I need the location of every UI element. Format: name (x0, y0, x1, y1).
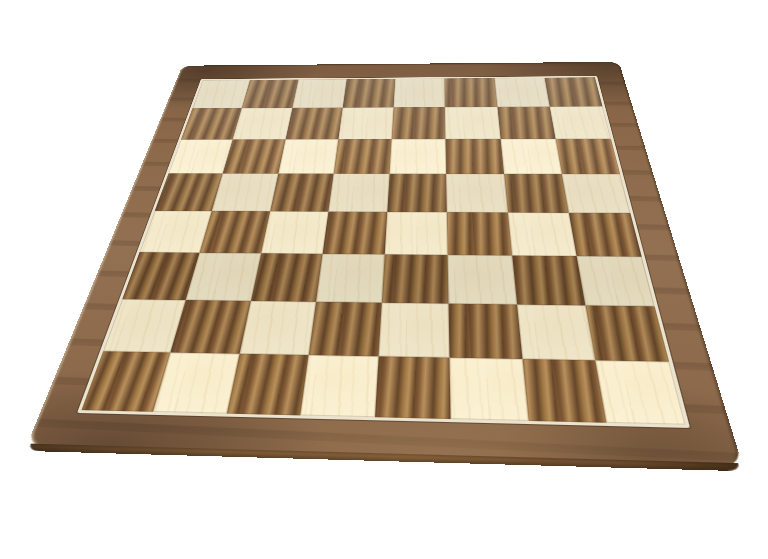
square-e6[interactable] (390, 139, 447, 174)
inlay-line (77, 76, 690, 428)
square-b3[interactable] (186, 253, 261, 301)
square-d8[interactable] (343, 79, 396, 108)
square-c8[interactable] (292, 79, 346, 108)
square-f3[interactable] (448, 255, 517, 304)
square-h8[interactable] (544, 77, 602, 106)
square-g4[interactable] (507, 213, 576, 257)
square-c3[interactable] (251, 253, 323, 301)
square-b5[interactable] (212, 173, 278, 211)
square-d6[interactable] (333, 139, 391, 174)
square-b6[interactable] (223, 139, 285, 173)
square-g5[interactable] (504, 174, 569, 213)
square-h1[interactable] (595, 360, 686, 425)
square-g6[interactable] (500, 139, 561, 174)
square-e4[interactable] (385, 212, 448, 255)
square-d1[interactable] (300, 355, 379, 417)
square-h2[interactable] (585, 305, 669, 361)
square-h5[interactable] (562, 174, 631, 213)
square-e1[interactable] (375, 356, 451, 419)
square-e3[interactable] (382, 255, 449, 304)
square-g2[interactable] (517, 304, 595, 360)
square-a8[interactable] (192, 80, 250, 109)
square-h4[interactable] (569, 213, 642, 257)
chess-board (27, 62, 743, 466)
square-f7[interactable] (445, 107, 500, 139)
square-f4[interactable] (447, 212, 512, 255)
playing-area (81, 77, 685, 424)
square-f8[interactable] (445, 78, 498, 107)
square-a7[interactable] (181, 108, 242, 139)
square-e8[interactable] (394, 78, 446, 107)
square-e5[interactable] (387, 174, 447, 213)
photo-canvas (0, 0, 768, 559)
square-d5[interactable] (328, 174, 389, 212)
square-e7[interactable] (392, 107, 446, 139)
square-c2[interactable] (239, 301, 316, 355)
square-c4[interactable] (261, 211, 329, 254)
square-f6[interactable] (446, 139, 504, 174)
square-f5[interactable] (446, 174, 507, 213)
square-h6[interactable] (555, 139, 620, 174)
square-d4[interactable] (322, 212, 387, 255)
square-b2[interactable] (171, 300, 251, 354)
square-g1[interactable] (522, 359, 606, 423)
square-d7[interactable] (338, 107, 393, 139)
square-c5[interactable] (270, 173, 334, 211)
square-d2[interactable] (308, 301, 381, 356)
square-h7[interactable] (550, 106, 611, 138)
square-g8[interactable] (494, 78, 549, 107)
square-h3[interactable] (576, 256, 654, 306)
square-g3[interactable] (512, 256, 585, 305)
square-f1[interactable] (450, 357, 528, 420)
square-c6[interactable] (278, 139, 338, 173)
square-g7[interactable] (497, 107, 555, 139)
square-b4[interactable] (200, 211, 270, 253)
square-b8[interactable] (242, 80, 298, 109)
square-c7[interactable] (285, 108, 342, 139)
square-c1[interactable] (226, 354, 308, 416)
square-e2[interactable] (379, 302, 450, 357)
board-front-edge (28, 444, 741, 472)
square-b7[interactable] (233, 108, 292, 139)
square-f2[interactable] (449, 303, 522, 359)
square-d3[interactable] (316, 254, 385, 302)
